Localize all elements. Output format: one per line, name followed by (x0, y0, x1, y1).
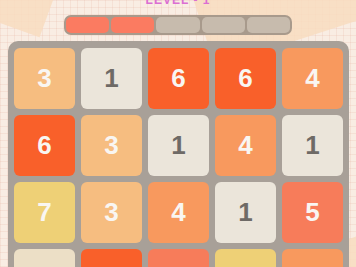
tile-r1c5[interactable]: 4 (282, 48, 343, 109)
progress-segment-empty (247, 17, 290, 33)
tile-r1c1[interactable]: 3 (14, 48, 75, 109)
tile-r4c4[interactable]: 7 (215, 249, 276, 267)
tile-r4c3[interactable]: 5 (148, 249, 209, 267)
progress-segment-empty (202, 17, 245, 33)
game-screen: { "game": "number-merge puzzle (2048-sty… (0, 0, 356, 267)
progress-segment-empty (156, 17, 199, 33)
progress-segment-filled (111, 17, 154, 33)
tile-r1c3[interactable]: 6 (148, 48, 209, 109)
tile-r2c5[interactable]: 1 (282, 115, 343, 176)
tile-r2c4[interactable]: 4 (215, 115, 276, 176)
tile-r3c1[interactable]: 7 (14, 182, 75, 243)
tile-r2c2[interactable]: 3 (81, 115, 142, 176)
level-title: LEVEL - 1 (0, 0, 356, 7)
tile-r1c2[interactable]: 1 (81, 48, 142, 109)
level-progress-bar (64, 15, 292, 35)
progress-segment-filled (66, 17, 109, 33)
tile-r3c2[interactable]: 3 (81, 182, 142, 243)
game-board: 31664631417341526574 (8, 41, 349, 267)
tile-r3c5[interactable]: 5 (282, 182, 343, 243)
tile-r2c3[interactable]: 1 (148, 115, 209, 176)
tile-r1c4[interactable]: 6 (215, 48, 276, 109)
tile-r3c4[interactable]: 1 (215, 182, 276, 243)
tile-r2c1[interactable]: 6 (14, 115, 75, 176)
tile-r3c3[interactable]: 4 (148, 182, 209, 243)
tile-r4c1[interactable]: 2 (14, 249, 75, 267)
tile-r4c2[interactable]: 6 (81, 249, 142, 267)
tile-r4c5[interactable]: 4 (282, 249, 343, 267)
